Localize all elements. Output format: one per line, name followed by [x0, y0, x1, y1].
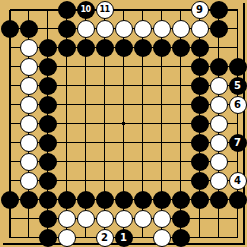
move-number-label: 2	[101, 233, 108, 243]
stone-black	[210, 20, 228, 38]
stone-black: 10	[77, 1, 95, 19]
stone-white: 2	[96, 229, 114, 247]
stone-white	[96, 210, 114, 228]
stone-white	[210, 134, 228, 152]
stone-white	[20, 39, 38, 57]
stone-black	[191, 153, 209, 171]
stone-black	[77, 39, 95, 57]
stone-white	[96, 20, 114, 38]
stone-black	[39, 153, 57, 171]
stone-black: 7	[229, 134, 247, 152]
move-number-label: 11	[99, 6, 109, 14]
stone-black	[191, 96, 209, 114]
stone-black	[153, 39, 171, 57]
stone-white: 4	[229, 172, 247, 190]
stone-white	[77, 20, 95, 38]
stone-white	[210, 96, 228, 114]
move-number-label: 9	[196, 5, 203, 15]
stone-black	[191, 191, 209, 209]
stone-white	[134, 210, 152, 228]
stone-black	[39, 58, 57, 76]
stone-white	[20, 134, 38, 152]
stone-black	[96, 39, 114, 57]
stone-black	[20, 20, 38, 38]
move-number-label: 4	[234, 176, 241, 186]
stone-white	[172, 20, 190, 38]
stone-white	[153, 20, 171, 38]
stone-white	[77, 210, 95, 228]
stone-black	[20, 191, 38, 209]
stone-black	[191, 39, 209, 57]
star-point	[122, 122, 126, 126]
stone-white	[115, 210, 133, 228]
stone-black	[58, 1, 76, 19]
stone-white	[20, 96, 38, 114]
stone-white	[20, 77, 38, 95]
stone-black	[39, 229, 57, 247]
stone-black	[39, 39, 57, 57]
stone-black	[58, 39, 76, 57]
stone-black	[58, 20, 76, 38]
stone-white	[210, 172, 228, 190]
stone-black	[172, 210, 190, 228]
stone-black	[39, 96, 57, 114]
stone-black	[39, 172, 57, 190]
stone-white	[210, 115, 228, 133]
stone-white	[210, 77, 228, 95]
move-number-label: 1	[120, 233, 127, 243]
stone-black	[172, 229, 190, 247]
stone-white	[210, 153, 228, 171]
stone-black	[58, 191, 76, 209]
stone-white	[191, 20, 209, 38]
stone-white	[20, 58, 38, 76]
stone-white	[58, 229, 76, 247]
move-number-label: 6	[234, 100, 241, 110]
stone-white: 11	[96, 1, 114, 19]
stone-black	[134, 39, 152, 57]
stone-black	[210, 58, 228, 76]
move-number-label: 10	[80, 6, 90, 14]
stone-black	[115, 39, 133, 57]
stone-white	[20, 172, 38, 190]
stone-black	[191, 134, 209, 152]
stone-black	[115, 191, 133, 209]
stone-black	[191, 77, 209, 95]
stone-white: 6	[229, 96, 247, 114]
stone-white	[153, 229, 171, 247]
go-board[interactable]: 10119567421	[0, 0, 247, 247]
stone-black	[191, 58, 209, 76]
stone-black	[39, 77, 57, 95]
stone-black: 5	[229, 77, 247, 95]
stone-white	[153, 210, 171, 228]
stone-black	[172, 191, 190, 209]
stone-black	[1, 191, 19, 209]
stone-black	[229, 58, 247, 76]
stone-white	[20, 115, 38, 133]
stone-white	[20, 153, 38, 171]
stone-black	[39, 134, 57, 152]
stone-black	[229, 191, 247, 209]
stone-black: 1	[115, 229, 133, 247]
stone-black	[39, 115, 57, 133]
stone-white	[58, 210, 76, 228]
stone-black	[210, 1, 228, 19]
stone-black	[134, 191, 152, 209]
stone-white	[115, 20, 133, 38]
stone-white	[134, 20, 152, 38]
stone-black	[96, 191, 114, 209]
stone-white: 9	[191, 1, 209, 19]
stone-black	[191, 172, 209, 190]
stone-black	[77, 191, 95, 209]
stone-black	[153, 191, 171, 209]
stone-black	[191, 115, 209, 133]
stone-black	[39, 191, 57, 209]
stone-black	[1, 20, 19, 38]
move-number-label: 7	[234, 138, 241, 148]
stone-black	[172, 39, 190, 57]
stone-black	[210, 191, 228, 209]
stone-black	[39, 210, 57, 228]
move-number-label: 5	[234, 81, 241, 91]
